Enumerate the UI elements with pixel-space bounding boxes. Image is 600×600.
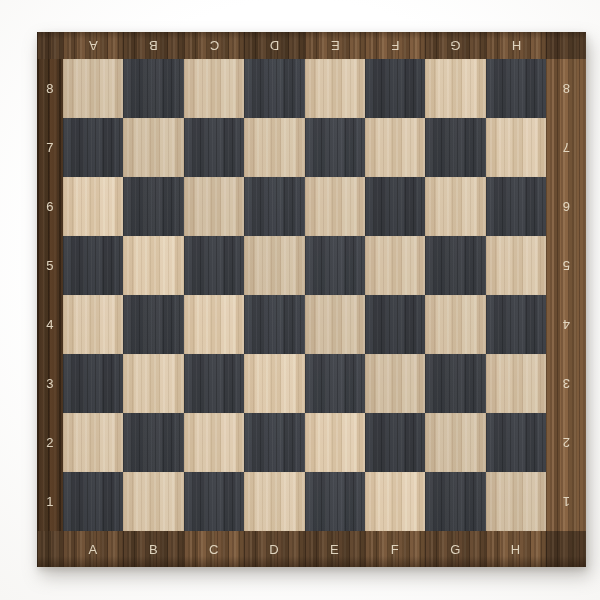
frame-plank-segment [244, 531, 304, 567]
square-e5[interactable] [305, 236, 365, 295]
square-g6[interactable] [425, 177, 485, 236]
square-e7[interactable] [305, 118, 365, 177]
square-f4[interactable] [365, 295, 425, 354]
square-d1[interactable] [244, 472, 304, 531]
square-e2[interactable] [305, 413, 365, 472]
square-a1[interactable] [63, 472, 123, 531]
frame-plank-segment [63, 32, 123, 59]
frame-plank-segment [486, 32, 546, 59]
square-f8[interactable] [365, 59, 425, 118]
frame-corner-block [546, 32, 586, 59]
square-e6[interactable] [305, 177, 365, 236]
square-a6[interactable] [63, 177, 123, 236]
square-h5[interactable] [486, 236, 546, 295]
frame-plank-segment [305, 531, 365, 567]
frame-plank-segment [244, 32, 304, 59]
square-g8[interactable] [425, 59, 485, 118]
square-a3[interactable] [63, 354, 123, 413]
square-d8[interactable] [244, 59, 304, 118]
frame-plank-segment [425, 531, 485, 567]
square-f6[interactable] [365, 177, 425, 236]
square-f7[interactable] [365, 118, 425, 177]
square-h2[interactable] [486, 413, 546, 472]
square-g3[interactable] [425, 354, 485, 413]
square-c3[interactable] [184, 354, 244, 413]
frame-corner-block [37, 32, 63, 59]
square-c2[interactable] [184, 413, 244, 472]
square-a5[interactable] [63, 236, 123, 295]
square-b1[interactable] [123, 472, 183, 531]
square-b7[interactable] [123, 118, 183, 177]
chess-board: ABCDEFGH ABCDEFGH 87654321 87654321 [37, 32, 586, 567]
frame-plank-segment [365, 531, 425, 567]
square-b3[interactable] [123, 354, 183, 413]
square-e1[interactable] [305, 472, 365, 531]
square-a8[interactable] [63, 59, 123, 118]
frame-plank-segment [305, 32, 365, 59]
square-h6[interactable] [486, 177, 546, 236]
frame-plank-segment [365, 32, 425, 59]
board-grid [63, 59, 546, 531]
square-g2[interactable] [425, 413, 485, 472]
square-b5[interactable] [123, 236, 183, 295]
square-c6[interactable] [184, 177, 244, 236]
frame-plank-segment [123, 531, 183, 567]
square-a7[interactable] [63, 118, 123, 177]
square-h4[interactable] [486, 295, 546, 354]
square-a4[interactable] [63, 295, 123, 354]
square-f3[interactable] [365, 354, 425, 413]
board-frame-left [37, 59, 63, 531]
square-b6[interactable] [123, 177, 183, 236]
frame-plank-segment [184, 531, 244, 567]
frame-plank-segment [425, 32, 485, 59]
square-d2[interactable] [244, 413, 304, 472]
square-h3[interactable] [486, 354, 546, 413]
board-frame-bottom [37, 531, 586, 567]
frame-corner-block [546, 531, 586, 567]
square-b8[interactable] [123, 59, 183, 118]
square-g5[interactable] [425, 236, 485, 295]
square-c1[interactable] [184, 472, 244, 531]
square-h8[interactable] [486, 59, 546, 118]
square-d6[interactable] [244, 177, 304, 236]
square-h1[interactable] [486, 472, 546, 531]
board-frame-right [546, 59, 586, 531]
square-g1[interactable] [425, 472, 485, 531]
frame-plank-segment [184, 32, 244, 59]
square-d5[interactable] [244, 236, 304, 295]
square-d3[interactable] [244, 354, 304, 413]
square-c7[interactable] [184, 118, 244, 177]
square-d4[interactable] [244, 295, 304, 354]
square-g4[interactable] [425, 295, 485, 354]
square-e8[interactable] [305, 59, 365, 118]
frame-plank-segment [486, 531, 546, 567]
square-f2[interactable] [365, 413, 425, 472]
photo-background: ABCDEFGH ABCDEFGH 87654321 87654321 [0, 0, 600, 600]
square-c8[interactable] [184, 59, 244, 118]
square-f5[interactable] [365, 236, 425, 295]
square-b2[interactable] [123, 413, 183, 472]
square-c5[interactable] [184, 236, 244, 295]
square-b4[interactable] [123, 295, 183, 354]
square-c4[interactable] [184, 295, 244, 354]
square-e4[interactable] [305, 295, 365, 354]
square-e3[interactable] [305, 354, 365, 413]
frame-plank-segment [63, 531, 123, 567]
board-frame-top [37, 32, 586, 59]
frame-plank-segment [123, 32, 183, 59]
square-h7[interactable] [486, 118, 546, 177]
square-d7[interactable] [244, 118, 304, 177]
square-f1[interactable] [365, 472, 425, 531]
square-g7[interactable] [425, 118, 485, 177]
frame-corner-block [37, 531, 63, 567]
square-a2[interactable] [63, 413, 123, 472]
